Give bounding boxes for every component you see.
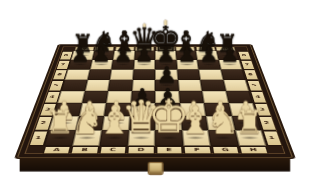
light-wood-finial <box>164 20 167 25</box>
file-label-back-e: E <box>156 47 174 50</box>
pieces-layer: ♜♞♝♛♚♝♞♜♟♟♟♟♟♟♟♟♟♟♟♟♟♟♟♟♟♟♟♜♞♝♛♚♝♞♜ <box>17 45 293 158</box>
file-label-back-f: F <box>176 47 194 50</box>
file-label-back-a: A <box>75 47 93 50</box>
file-label-back-g: G <box>196 47 214 50</box>
chess-board: ABCDEFGH8877665544332211ABCDEFGH ♜♞♝♛♚♝♞… <box>17 45 293 158</box>
chess-set-photo: ABCDEFGH8877665544332211ABCDEFGH ♜♞♝♛♚♝♞… <box>0 0 310 186</box>
file-label-back-b: B <box>95 47 113 50</box>
light-wood-finial <box>143 24 146 28</box>
board-clasp-icon <box>147 162 163 175</box>
black-pawn-glyph: ♟ <box>156 64 176 87</box>
file-label-back-h: H <box>216 47 234 50</box>
board-front-edge <box>20 157 291 172</box>
file-label-back-c: C <box>116 47 134 50</box>
file-label-back-d: D <box>136 47 154 50</box>
white-rook-glyph: ♜ <box>236 107 265 139</box>
